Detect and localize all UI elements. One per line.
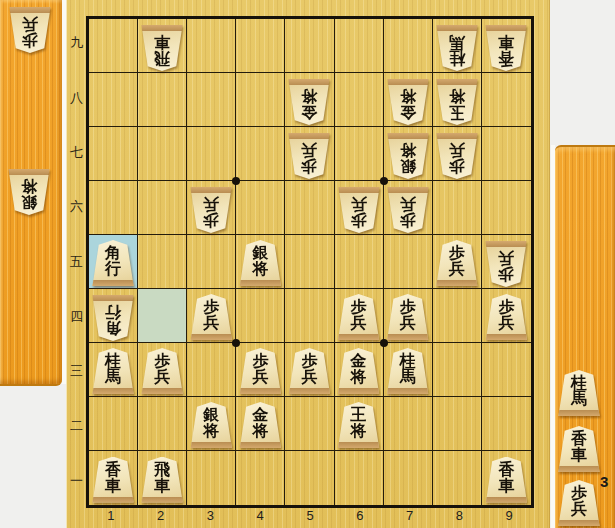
captured-歩兵-slot: 歩兵3 bbox=[558, 480, 600, 527]
square-6六[interactable]: 歩兵 bbox=[335, 181, 384, 235]
captured-piece-銀将[interactable]: 銀将 bbox=[8, 168, 50, 215]
square-2五[interactable] bbox=[138, 235, 187, 289]
square-1二[interactable] bbox=[89, 397, 138, 451]
piece-飛車-down[interactable]: 飛車 bbox=[141, 24, 183, 71]
square-5二[interactable] bbox=[285, 397, 334, 451]
rank-label: 一 bbox=[68, 453, 85, 508]
square-7六[interactable]: 歩兵 bbox=[384, 181, 433, 235]
square-9四[interactable]: 歩兵 bbox=[482, 289, 531, 343]
piece-歩兵-up[interactable]: 歩兵 bbox=[141, 348, 183, 395]
piece-銀将-down[interactable]: 銀将 bbox=[387, 132, 429, 179]
square-7三[interactable]: 桂馬 bbox=[384, 343, 433, 397]
captured-桂馬-slot: 桂馬 bbox=[558, 370, 600, 417]
square-9八[interactable] bbox=[482, 73, 531, 127]
piece-金将-down[interactable]: 金将 bbox=[288, 78, 330, 125]
file-label: 7 bbox=[385, 508, 435, 526]
square-1七[interactable] bbox=[89, 127, 138, 181]
square-4七[interactable] bbox=[236, 127, 285, 181]
square-4五[interactable]: 銀将 bbox=[236, 235, 285, 289]
captured-歩兵-slot: 歩兵 bbox=[9, 6, 51, 53]
piece-歩兵-down[interactable]: 歩兵 bbox=[485, 240, 527, 287]
square-6三[interactable]: 金将 bbox=[335, 343, 384, 397]
square-1六[interactable] bbox=[89, 181, 138, 235]
piece-角行-down[interactable]: 角行 bbox=[92, 294, 134, 341]
square-7九[interactable] bbox=[384, 19, 433, 73]
square-5五[interactable] bbox=[285, 235, 334, 289]
square-7一[interactable] bbox=[384, 451, 433, 505]
square-3一[interactable] bbox=[187, 451, 236, 505]
square-8一[interactable] bbox=[433, 451, 482, 505]
piece-歩兵-up[interactable]: 歩兵 bbox=[387, 294, 429, 341]
captured-piece-桂馬[interactable]: 桂馬 bbox=[558, 370, 600, 417]
square-2七[interactable] bbox=[138, 127, 187, 181]
piece-歩兵-down[interactable]: 歩兵 bbox=[190, 186, 232, 233]
square-5八[interactable]: 金将 bbox=[285, 73, 334, 127]
square-3九[interactable] bbox=[187, 19, 236, 73]
square-1一[interactable]: 香車 bbox=[89, 451, 138, 505]
captured-銀将-slot: 銀将 bbox=[8, 168, 50, 215]
square-3四[interactable]: 歩兵 bbox=[187, 289, 236, 343]
square-3八[interactable] bbox=[187, 73, 236, 127]
square-7八[interactable]: 金将 bbox=[384, 73, 433, 127]
square-8四[interactable] bbox=[433, 289, 482, 343]
square-6四[interactable]: 歩兵 bbox=[335, 289, 384, 343]
captured-piece-香車[interactable]: 香車 bbox=[558, 426, 600, 473]
square-7二[interactable] bbox=[384, 397, 433, 451]
piece-歩兵-up[interactable]: 歩兵 bbox=[436, 240, 478, 287]
file-label: 5 bbox=[285, 508, 335, 526]
piece-歩兵-up[interactable]: 歩兵 bbox=[338, 294, 380, 341]
file-label: 3 bbox=[186, 508, 236, 526]
file-label: 4 bbox=[235, 508, 285, 526]
square-3三[interactable] bbox=[187, 343, 236, 397]
square-4一[interactable] bbox=[236, 451, 285, 505]
square-2八[interactable] bbox=[138, 73, 187, 127]
piece-金将-up[interactable]: 金将 bbox=[239, 402, 281, 449]
square-4六[interactable] bbox=[236, 181, 285, 235]
square-1四[interactable]: 角行 bbox=[89, 289, 138, 343]
komadai-bottom-player: 桂馬香車歩兵3 bbox=[555, 145, 615, 528]
square-9七[interactable] bbox=[482, 127, 531, 181]
star-point bbox=[232, 177, 240, 185]
file-label: 2 bbox=[136, 508, 186, 526]
square-5四[interactable] bbox=[285, 289, 334, 343]
star-point bbox=[232, 339, 240, 347]
square-2九[interactable]: 飛車 bbox=[138, 19, 187, 73]
square-2三[interactable]: 歩兵 bbox=[138, 343, 187, 397]
piece-桂馬-up[interactable]: 桂馬 bbox=[387, 348, 429, 395]
star-point bbox=[380, 177, 388, 185]
piece-歩兵-up[interactable]: 歩兵 bbox=[485, 294, 527, 341]
piece-桂馬-up[interactable]: 桂馬 bbox=[92, 348, 134, 395]
piece-角行-up[interactable]: 角行 bbox=[92, 240, 134, 287]
file-labels: 123456789 bbox=[86, 508, 534, 526]
square-8三[interactable] bbox=[433, 343, 482, 397]
square-8二[interactable] bbox=[433, 397, 482, 451]
square-8八[interactable]: 玉将 bbox=[433, 73, 482, 127]
rank-label: 四 bbox=[68, 289, 85, 344]
captured-香車-slot: 香車 bbox=[558, 426, 600, 473]
rank-label: 二 bbox=[68, 399, 85, 454]
shogi-app: 歩兵銀将 桂馬香車歩兵3 九八七六五四三二一 123456789 飛車桂馬香車金… bbox=[0, 0, 615, 528]
square-1五[interactable]: 角行 bbox=[89, 235, 138, 289]
square-5七[interactable]: 歩兵 bbox=[285, 127, 334, 181]
star-point bbox=[380, 339, 388, 347]
square-6五[interactable] bbox=[335, 235, 384, 289]
square-4三[interactable]: 歩兵 bbox=[236, 343, 285, 397]
square-1九[interactable] bbox=[89, 19, 138, 73]
square-4四[interactable] bbox=[236, 289, 285, 343]
square-3七[interactable] bbox=[187, 127, 236, 181]
square-6一[interactable] bbox=[335, 451, 384, 505]
square-7五[interactable] bbox=[384, 235, 433, 289]
square-2二[interactable] bbox=[138, 397, 187, 451]
square-5六[interactable] bbox=[285, 181, 334, 235]
captured-piece-歩兵[interactable]: 歩兵 bbox=[558, 480, 600, 527]
square-9二[interactable] bbox=[482, 397, 531, 451]
panel-gap-left bbox=[62, 0, 66, 384]
piece-歩兵-down[interactable]: 歩兵 bbox=[288, 132, 330, 179]
piece-歩兵-up[interactable]: 歩兵 bbox=[288, 348, 330, 395]
square-6九[interactable] bbox=[335, 19, 384, 73]
square-1三[interactable]: 桂馬 bbox=[89, 343, 138, 397]
square-9六[interactable] bbox=[482, 181, 531, 235]
file-label: 8 bbox=[434, 508, 484, 526]
square-3二[interactable]: 銀将 bbox=[187, 397, 236, 451]
square-3五[interactable] bbox=[187, 235, 236, 289]
piece-桂馬-down[interactable]: 桂馬 bbox=[436, 24, 478, 71]
piece-銀将-up[interactable]: 銀将 bbox=[239, 240, 281, 287]
rank-label: 三 bbox=[68, 344, 85, 399]
square-4八[interactable] bbox=[236, 73, 285, 127]
rank-label: 八 bbox=[68, 71, 85, 126]
piece-王将-up[interactable]: 王将 bbox=[338, 402, 380, 449]
file-label: 6 bbox=[335, 508, 385, 526]
square-8七[interactable]: 歩兵 bbox=[433, 127, 482, 181]
square-5九[interactable] bbox=[285, 19, 334, 73]
rank-label: 六 bbox=[68, 180, 85, 235]
square-5一[interactable] bbox=[285, 451, 334, 505]
komadai-top-player: 歩兵銀将 bbox=[0, 0, 62, 386]
square-2六[interactable] bbox=[138, 181, 187, 235]
square-9九[interactable]: 香車 bbox=[482, 19, 531, 73]
square-2四[interactable] bbox=[138, 289, 187, 343]
square-7四[interactable]: 歩兵 bbox=[384, 289, 433, 343]
file-label: 1 bbox=[86, 508, 136, 526]
rank-label: 九 bbox=[68, 16, 85, 71]
square-6八[interactable] bbox=[335, 73, 384, 127]
square-7七[interactable]: 銀将 bbox=[384, 127, 433, 181]
piece-歩兵-up[interactable]: 歩兵 bbox=[190, 294, 232, 341]
piece-香車-down[interactable]: 香車 bbox=[485, 24, 527, 71]
piece-歩兵-down[interactable]: 歩兵 bbox=[387, 186, 429, 233]
rank-labels: 九八七六五四三二一 bbox=[68, 16, 85, 508]
piece-香車-up[interactable]: 香車 bbox=[92, 457, 134, 504]
piece-香車-up[interactable]: 香車 bbox=[485, 457, 527, 504]
square-6七[interactable] bbox=[335, 127, 384, 181]
captured-piece-歩兵[interactable]: 歩兵 bbox=[9, 6, 51, 53]
square-8六[interactable] bbox=[433, 181, 482, 235]
square-6二[interactable]: 王将 bbox=[335, 397, 384, 451]
square-8五[interactable]: 歩兵 bbox=[433, 235, 482, 289]
piece-金将-down[interactable]: 金将 bbox=[387, 78, 429, 125]
piece-銀将-up[interactable]: 銀将 bbox=[190, 402, 232, 449]
file-label: 9 bbox=[484, 508, 534, 526]
square-9三[interactable] bbox=[482, 343, 531, 397]
piece-歩兵-down[interactable]: 歩兵 bbox=[338, 186, 380, 233]
square-5三[interactable]: 歩兵 bbox=[285, 343, 334, 397]
piece-金将-up[interactable]: 金将 bbox=[338, 348, 380, 395]
piece-玉将-down[interactable]: 玉将 bbox=[436, 78, 478, 125]
square-4九[interactable] bbox=[236, 19, 285, 73]
square-1八[interactable] bbox=[89, 73, 138, 127]
square-4二[interactable]: 金将 bbox=[236, 397, 285, 451]
rank-label: 七 bbox=[68, 125, 85, 180]
board-grid: 飛車桂馬香車金将金将玉将歩兵銀将歩兵歩兵歩兵歩兵角行銀将歩兵歩兵角行歩兵歩兵歩兵… bbox=[86, 16, 534, 508]
captured-count: 3 bbox=[600, 473, 608, 490]
square-8九[interactable]: 桂馬 bbox=[433, 19, 482, 73]
piece-歩兵-down[interactable]: 歩兵 bbox=[436, 132, 478, 179]
piece-歩兵-up[interactable]: 歩兵 bbox=[239, 348, 281, 395]
square-9一[interactable]: 香車 bbox=[482, 451, 531, 505]
piece-飛車-up[interactable]: 飛車 bbox=[141, 457, 183, 504]
square-2一[interactable]: 飛車 bbox=[138, 451, 187, 505]
rank-label: 五 bbox=[68, 235, 85, 290]
square-9五[interactable]: 歩兵 bbox=[482, 235, 531, 289]
square-3六[interactable]: 歩兵 bbox=[187, 181, 236, 235]
